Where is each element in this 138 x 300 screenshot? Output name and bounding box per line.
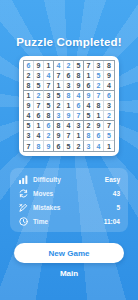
time-clock-icon: [18, 216, 28, 226]
sudoku-cell-r7c7: 2: [84, 121, 94, 131]
new-game-button[interactable]: New Game: [14, 243, 124, 263]
sudoku-cell-r6c1: 4: [24, 111, 34, 121]
sudoku-cell-r7c3: 6: [44, 121, 54, 131]
sudoku-cell-r7c1: 5: [24, 121, 34, 131]
sudoku-cell-r6c2: 6: [34, 111, 44, 121]
difficulty-label: Difficulty: [33, 176, 105, 183]
sudoku-cell-r9c3: 9: [44, 141, 54, 151]
sudoku-cell-r2c6: 8: [74, 71, 84, 81]
sudoku-cell-r8c1: 3: [24, 131, 34, 141]
sudoku-cell-r7c9: 7: [104, 121, 114, 131]
sudoku-cell-r2c7: 1: [84, 71, 94, 81]
sudoku-cell-r8c7: 8: [84, 131, 94, 141]
sudoku-cell-r7c4: 8: [54, 121, 64, 131]
sudoku-cell-r8c3: 2: [44, 131, 54, 141]
sudoku-cell-r9c9: 1: [104, 141, 114, 151]
sudoku-cell-r4c9: 6: [104, 91, 114, 101]
page-title: Puzzle Completed!: [0, 36, 138, 48]
sudoku-cell-r1c3: 1: [44, 61, 54, 71]
sudoku-cell-r4c5: 8: [64, 91, 74, 101]
sudoku-cell-r9c8: 4: [94, 141, 104, 151]
sudoku-cell-r2c1: 2: [24, 71, 34, 81]
sudoku-cell-r8c2: 4: [34, 131, 44, 141]
sudoku-cell-r9c5: 5: [64, 141, 74, 151]
sudoku-cell-r3c6: 9: [74, 81, 84, 91]
sudoku-cell-r5c8: 8: [94, 101, 104, 111]
sudoku-cell-r7c5: 4: [64, 121, 74, 131]
mistakes-label: Mistakes: [33, 204, 116, 211]
sudoku-cell-r6c7: 5: [84, 111, 94, 121]
sudoku-cell-r4c7: 9: [84, 91, 94, 101]
stat-row-moves: Moves 43: [18, 187, 120, 199]
stat-row-difficulty: Difficulty Easy: [18, 173, 120, 185]
time-value: 11:04: [104, 218, 120, 225]
sudoku-cell-r3c9: 4: [104, 81, 114, 91]
sudoku-cell-r8c4: 9: [54, 131, 64, 141]
sudoku-cell-r8c5: 7: [64, 131, 74, 141]
sudoku-cell-r6c8: 1: [94, 111, 104, 121]
stats-panel: Difficulty Easy Moves 43 Mistakes 5: [10, 168, 128, 232]
time-label: Time: [33, 218, 104, 225]
sudoku-cell-r2c4: 7: [54, 71, 64, 81]
sudoku-cell-r2c9: 9: [104, 71, 114, 81]
sudoku-cell-r3c8: 2: [94, 81, 104, 91]
sudoku-cell-r5c6: 6: [74, 101, 84, 111]
sudoku-cell-r6c6: 7: [74, 111, 84, 121]
sudoku-cell-r3c4: 1: [54, 81, 64, 91]
sudoku-cell-r9c6: 2: [74, 141, 84, 151]
sudoku-cell-r9c2: 8: [34, 141, 44, 151]
sudoku-cell-r5c5: 1: [64, 101, 74, 111]
sudoku-cell-r8c8: 6: [94, 131, 104, 141]
sudoku-cell-r7c2: 1: [34, 121, 44, 131]
sudoku-cell-r1c8: 3: [94, 61, 104, 71]
sudoku-cell-r5c2: 7: [34, 101, 44, 111]
sudoku-cell-r6c3: 8: [44, 111, 54, 121]
sudoku-cell-r4c3: 3: [44, 91, 54, 101]
sudoku-cell-r1c7: 7: [84, 61, 94, 71]
sudoku-cell-r1c5: 2: [64, 61, 74, 71]
sudoku-cell-r4c2: 2: [34, 91, 44, 101]
sudoku-cell-r2c5: 6: [64, 71, 74, 81]
difficulty-value: Easy: [105, 176, 120, 183]
moves-value: 43: [113, 190, 120, 197]
sudoku-cell-r5c9: 3: [104, 101, 114, 111]
sudoku-cell-r3c5: 3: [64, 81, 74, 91]
sudoku-cell-r3c7: 6: [84, 81, 94, 91]
mistakes-icon: [18, 202, 28, 212]
sudoku-cell-r5c7: 4: [84, 101, 94, 111]
mistakes-value: 5: [116, 204, 120, 211]
stat-row-time: Time 11:04: [18, 215, 120, 227]
sudoku-cell-r6c4: 3: [54, 111, 64, 121]
sudoku-cell-r4c8: 7: [94, 91, 104, 101]
sudoku-cell-r1c2: 9: [34, 61, 44, 71]
sudoku-cell-r5c1: 9: [24, 101, 34, 111]
sudoku-cell-r5c4: 2: [54, 101, 64, 111]
sudoku-cell-r4c4: 5: [54, 91, 64, 101]
completed-screen: Puzzle Completed! 6914257382347681598571…: [0, 0, 138, 300]
sudoku-cell-r6c5: 9: [64, 111, 74, 121]
sudoku-cell-r3c1: 8: [24, 81, 34, 91]
main-button[interactable]: Main: [0, 269, 138, 278]
stat-row-mistakes: Mistakes 5: [18, 201, 120, 213]
sudoku-cell-r6c9: 2: [104, 111, 114, 121]
sudoku-card: 6914257382347681598571396241235849769752…: [19, 56, 119, 156]
sudoku-cell-r2c3: 4: [44, 71, 54, 81]
sudoku-cell-r7c6: 3: [74, 121, 84, 131]
sudoku-cell-r3c2: 5: [34, 81, 44, 91]
moves-icon: [18, 188, 28, 198]
sudoku-grid: 6914257382347681598571396241235849769752…: [23, 60, 115, 152]
sudoku-cell-r8c9: 5: [104, 131, 114, 141]
sudoku-cell-r1c6: 5: [74, 61, 84, 71]
sudoku-cell-r4c6: 4: [74, 91, 84, 101]
sudoku-cell-r9c7: 3: [84, 141, 94, 151]
sudoku-cell-r1c9: 8: [104, 61, 114, 71]
sudoku-cell-r5c3: 5: [44, 101, 54, 111]
sudoku-cell-r8c6: 1: [74, 131, 84, 141]
difficulty-bars-icon: [18, 174, 28, 184]
sudoku-cell-r7c8: 9: [94, 121, 104, 131]
moves-label: Moves: [33, 190, 113, 197]
sudoku-cell-r1c1: 6: [24, 61, 34, 71]
sudoku-cell-r2c8: 5: [94, 71, 104, 81]
sudoku-cell-r1c4: 4: [54, 61, 64, 71]
sudoku-cell-r2c2: 3: [34, 71, 44, 81]
sudoku-cell-r9c1: 7: [24, 141, 34, 151]
sudoku-cell-r4c1: 1: [24, 91, 34, 101]
sudoku-cell-r3c3: 7: [44, 81, 54, 91]
sudoku-cell-r9c4: 6: [54, 141, 64, 151]
